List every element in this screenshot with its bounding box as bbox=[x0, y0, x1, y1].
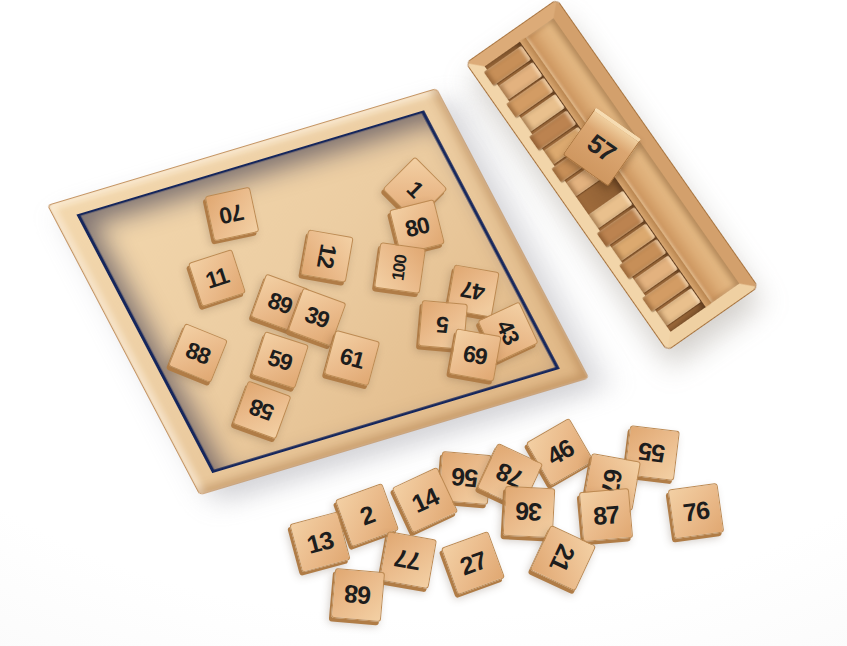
number-tile-87[interactable]: 87 bbox=[579, 488, 633, 542]
number-tile-12[interactable]: 12 bbox=[300, 229, 353, 282]
number-tile-27[interactable]: 27 bbox=[441, 531, 505, 595]
number-tile-77[interactable]: 77 bbox=[379, 531, 437, 589]
scene: 57 7018012100118939475436988596158465556… bbox=[0, 0, 847, 646]
number-tile-76[interactable]: 76 bbox=[668, 483, 724, 539]
number-tile-70[interactable]: 70 bbox=[205, 187, 260, 242]
number-tile-68[interactable]: 68 bbox=[331, 568, 385, 622]
hundred-board bbox=[47, 88, 589, 495]
number-tile-69[interactable]: 69 bbox=[448, 328, 501, 381]
number-tile-100[interactable]: 100 bbox=[374, 242, 426, 294]
